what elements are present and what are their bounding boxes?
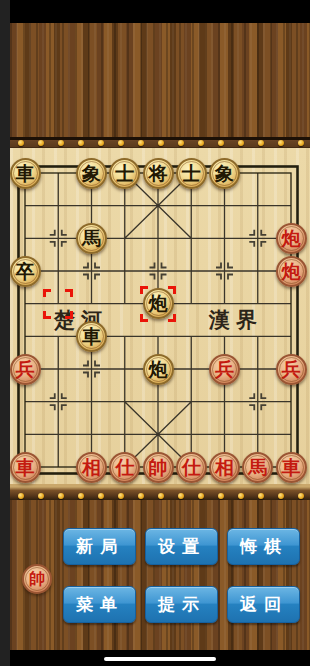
turn-indicator: 帥 bbox=[22, 564, 52, 594]
stud-dot bbox=[238, 140, 244, 146]
piece-label: 仕 bbox=[115, 458, 134, 477]
undo-button[interactable]: 悔棋 bbox=[227, 528, 300, 565]
stud-dot bbox=[238, 493, 244, 499]
piece-label: 兵 bbox=[215, 360, 234, 379]
piece-red-advisor[interactable]: 仕 bbox=[176, 452, 207, 483]
piece-label: 車 bbox=[16, 164, 35, 183]
piece-red-horse[interactable]: 馬 bbox=[242, 452, 273, 483]
wood-panel-bottom: 帥 新局设置悔棋菜单提示返回 bbox=[10, 500, 310, 650]
back-button[interactable]: 返回 bbox=[227, 586, 300, 623]
piece-label: 将 bbox=[149, 164, 168, 183]
stud-dot bbox=[118, 140, 124, 146]
stud-dot bbox=[198, 140, 204, 146]
stud-row-bottom bbox=[10, 484, 310, 500]
piece-label: 士 bbox=[182, 164, 201, 183]
piece-label: 炮 bbox=[282, 229, 301, 248]
piece-label: 士 bbox=[115, 164, 134, 183]
stud-dot bbox=[98, 140, 104, 146]
piece-label: 車 bbox=[16, 458, 35, 477]
piece-label: 馬 bbox=[248, 458, 267, 477]
stud-dot bbox=[18, 140, 24, 146]
piece-label: 相 bbox=[215, 458, 234, 477]
piece-black-horse[interactable]: 馬 bbox=[76, 223, 107, 254]
piece-label: 炮 bbox=[149, 360, 168, 379]
piece-black-elephant[interactable]: 象 bbox=[209, 158, 240, 189]
stud-dot bbox=[258, 140, 264, 146]
settings-button[interactable]: 设置 bbox=[145, 528, 218, 565]
stud-dot bbox=[278, 140, 284, 146]
piece-red-pawn[interactable]: 兵 bbox=[209, 354, 240, 385]
stud-dot bbox=[58, 493, 64, 499]
stud-dot bbox=[258, 493, 264, 499]
stud-dot bbox=[298, 493, 304, 499]
stud-dot bbox=[278, 493, 284, 499]
piece-black-advisor[interactable]: 士 bbox=[176, 158, 207, 189]
stud-row-top bbox=[10, 137, 310, 148]
piece-label: 象 bbox=[82, 164, 101, 183]
piece-label: 炮 bbox=[282, 262, 301, 281]
stud-dot bbox=[38, 493, 44, 499]
stud-dot bbox=[218, 493, 224, 499]
river-label-right: 漢界 bbox=[209, 306, 263, 334]
stud-dot bbox=[178, 140, 184, 146]
piece-label: 炮 bbox=[149, 294, 168, 313]
piece-red-cannon[interactable]: 炮 bbox=[276, 223, 307, 254]
menu-button[interactable]: 菜单 bbox=[63, 586, 136, 623]
piece-black-king[interactable]: 将 bbox=[143, 158, 174, 189]
new-game-button[interactable]: 新局 bbox=[63, 528, 136, 565]
piece-black-advisor[interactable]: 士 bbox=[109, 158, 140, 189]
piece-black-cannon[interactable]: 炮 bbox=[143, 354, 174, 385]
stud-dot bbox=[218, 140, 224, 146]
stud-dot bbox=[158, 493, 164, 499]
piece-black-chariot[interactable]: 車 bbox=[10, 158, 41, 189]
piece-red-elephant[interactable]: 相 bbox=[209, 452, 240, 483]
piece-black-pawn[interactable]: 卒 bbox=[10, 256, 41, 287]
piece-label: 相 bbox=[82, 458, 101, 477]
piece-red-chariot[interactable]: 車 bbox=[276, 452, 307, 483]
piece-red-chariot[interactable]: 車 bbox=[10, 452, 41, 483]
stud-dot bbox=[118, 493, 124, 499]
piece-label: 車 bbox=[82, 327, 101, 346]
stud-dot bbox=[138, 140, 144, 146]
piece-red-pawn[interactable]: 兵 bbox=[10, 354, 41, 385]
piece-label: 卒 bbox=[16, 262, 35, 281]
status-bar bbox=[10, 0, 310, 23]
stud-dot bbox=[178, 493, 184, 499]
home-indicator[interactable] bbox=[104, 657, 216, 661]
stud-dot bbox=[98, 493, 104, 499]
stud-dot bbox=[298, 140, 304, 146]
piece-label: 兵 bbox=[282, 360, 301, 379]
stud-dot bbox=[138, 493, 144, 499]
stud-dot bbox=[58, 140, 64, 146]
stud-dot bbox=[78, 140, 84, 146]
piece-label: 仕 bbox=[182, 458, 201, 477]
wood-panel-top bbox=[10, 23, 310, 137]
piece-label: 車 bbox=[282, 458, 301, 477]
toolbar: 新局设置悔棋菜单提示返回 bbox=[63, 528, 300, 623]
stud-dot bbox=[18, 493, 24, 499]
turn-indicator-label: 帥 bbox=[29, 571, 45, 587]
home-bar bbox=[10, 650, 310, 666]
piece-label: 帥 bbox=[149, 458, 168, 477]
piece-red-advisor[interactable]: 仕 bbox=[109, 452, 140, 483]
hint-button[interactable]: 提示 bbox=[145, 586, 218, 623]
piece-red-pawn[interactable]: 兵 bbox=[276, 354, 307, 385]
stud-dot bbox=[38, 140, 44, 146]
piece-red-cannon[interactable]: 炮 bbox=[276, 256, 307, 287]
piece-black-chariot[interactable]: 車 bbox=[76, 321, 107, 352]
app-screen: 楚河 漢界 車象士将士象馬炮卒炮炮車兵炮兵兵車相仕帥仕相馬車 帥 新局设置悔棋菜… bbox=[10, 0, 310, 666]
piece-label: 兵 bbox=[16, 360, 35, 379]
piece-label: 馬 bbox=[82, 229, 101, 248]
board[interactable]: 楚河 漢界 車象士将士象馬炮卒炮炮車兵炮兵兵車相仕帥仕相馬車 bbox=[10, 148, 310, 484]
piece-red-elephant[interactable]: 相 bbox=[76, 452, 107, 483]
piece-black-cannon[interactable]: 炮 bbox=[143, 288, 174, 319]
piece-red-king[interactable]: 帥 bbox=[143, 452, 174, 483]
piece-label: 象 bbox=[215, 164, 234, 183]
stud-dot bbox=[78, 493, 84, 499]
stud-dot bbox=[198, 493, 204, 499]
piece-black-elephant[interactable]: 象 bbox=[76, 158, 107, 189]
stud-dot bbox=[158, 140, 164, 146]
